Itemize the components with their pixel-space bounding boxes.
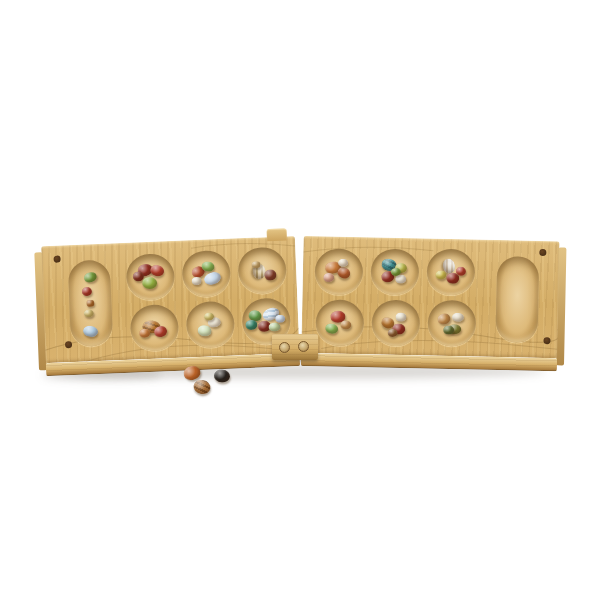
stone — [268, 323, 280, 332]
pit-bottom-1[interactable] — [130, 304, 180, 352]
stone — [82, 287, 92, 296]
stone — [395, 275, 406, 284]
stone — [388, 329, 398, 337]
pit-bottom-5[interactable] — [371, 299, 420, 346]
pit-top-5[interactable] — [370, 248, 419, 295]
stone — [139, 328, 150, 337]
corner-dowel — [53, 255, 60, 262]
stone — [213, 369, 230, 383]
left-store-pit — [68, 260, 113, 348]
stone — [338, 259, 348, 267]
right-store-pit — [495, 256, 539, 343]
stone — [275, 315, 285, 323]
pit-bottom-6[interactable] — [427, 300, 476, 347]
stone — [325, 322, 340, 334]
corner-dowel — [539, 249, 546, 256]
pit-bottom-4[interactable] — [315, 299, 364, 346]
stone — [452, 313, 464, 322]
stone — [142, 277, 158, 290]
stone — [391, 268, 401, 276]
stone — [203, 270, 223, 287]
board-right-half — [301, 236, 560, 371]
corner-dowel — [65, 341, 72, 348]
loose-stones — [178, 360, 242, 404]
stone — [149, 263, 165, 277]
stone — [264, 269, 276, 280]
latch-tab — [267, 228, 287, 241]
pit-top-6[interactable] — [426, 249, 475, 296]
hinge-magnet — [298, 341, 309, 352]
corner-dowel — [543, 337, 550, 344]
stone — [340, 320, 351, 329]
pit-top-2[interactable] — [181, 250, 231, 298]
stone — [395, 312, 406, 321]
stone — [455, 267, 465, 276]
stone — [443, 326, 454, 335]
stone — [336, 265, 352, 280]
left-half-surface — [41, 236, 299, 363]
stone — [245, 319, 257, 329]
hinge-block — [272, 334, 318, 360]
mancala-board — [44, 230, 558, 390]
pit-top-3[interactable] — [237, 246, 287, 294]
board-left-half — [41, 236, 300, 376]
stone — [193, 379, 212, 396]
right-half-surface — [301, 236, 559, 358]
stone — [436, 270, 447, 279]
stone — [82, 324, 98, 337]
stone — [86, 300, 94, 307]
pit-top-4[interactable] — [314, 248, 363, 295]
pit-top-1[interactable] — [125, 253, 175, 301]
scene — [0, 0, 600, 600]
pit-bottom-2[interactable] — [185, 301, 235, 349]
stone — [201, 260, 215, 272]
stone — [83, 271, 98, 284]
hinge-magnet — [279, 342, 290, 353]
stone — [192, 277, 202, 285]
stone — [84, 309, 94, 317]
stone — [324, 272, 335, 281]
